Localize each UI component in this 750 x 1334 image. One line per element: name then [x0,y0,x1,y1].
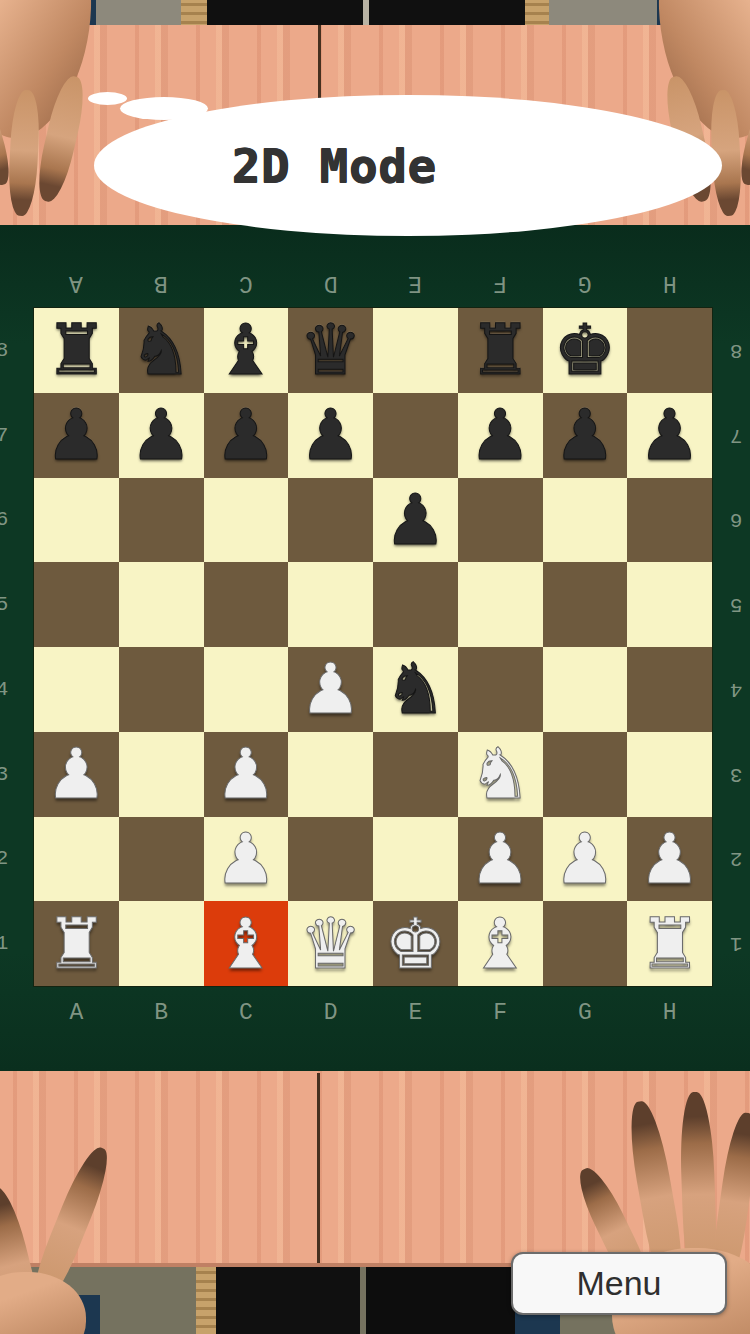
square-c1[interactable]: ♝ [204,901,289,986]
coord-label-b: B [119,998,204,1028]
coord-label-a: A [34,998,119,1028]
white-bishop-f1: ♝ [469,902,532,986]
coord-label-6: 6 [0,478,14,563]
square-f2[interactable]: ♟ [458,817,543,902]
square-f5[interactable] [458,562,543,647]
square-c8[interactable]: ♝ [204,308,289,393]
square-b4[interactable] [119,647,204,732]
square-f3[interactable]: ♞ [458,732,543,817]
square-a8[interactable]: ♜ [34,308,119,393]
coord-label-4: 4 [724,647,748,732]
square-c4[interactable] [204,647,289,732]
coord-label-a: A [34,268,119,298]
square-b6[interactable] [119,478,204,563]
table-seam-bottom [317,1073,320,1263]
coord-label-f: F [458,998,543,1028]
black-rook-a8: ♜ [45,308,108,392]
square-e6[interactable]: ♟ [373,478,458,563]
menu-button-label: Menu [576,1264,661,1303]
square-h8[interactable] [627,308,712,393]
square-e8[interactable] [373,308,458,393]
black-pawn-g7: ♟ [553,393,616,477]
coord-label-2: 2 [724,817,748,902]
square-b1[interactable] [119,901,204,986]
white-pawn-h2: ♟ [638,817,701,901]
square-b7[interactable]: ♟ [119,393,204,478]
coord-label-h: H [627,268,712,298]
chess-app-screen: ABCDEFGH ABCDEFGH 87654321 87654321 ♜♞♝♛… [0,0,750,1334]
square-h2[interactable]: ♟ [627,817,712,902]
coord-label-d: D [288,998,373,1028]
square-h4[interactable] [627,647,712,732]
square-e7[interactable] [373,393,458,478]
coord-label-2: 2 [0,817,14,902]
coord-label-g: G [543,998,628,1028]
square-g7[interactable]: ♟ [543,393,628,478]
square-e4[interactable]: ♞ [373,647,458,732]
square-g4[interactable] [543,647,628,732]
black-king-g8: ♚ [553,308,616,392]
black-pawn-f7: ♟ [469,393,532,477]
thought-bubble-tail-small [88,92,127,105]
coord-label-f: F [458,268,543,298]
white-rook-a1: ♜ [45,902,108,986]
black-pawn-a7: ♟ [45,393,108,477]
square-h7[interactable]: ♟ [627,393,712,478]
square-g1[interactable] [543,901,628,986]
square-d6[interactable] [288,478,373,563]
square-b5[interactable] [119,562,204,647]
square-c6[interactable] [204,478,289,563]
square-f8[interactable]: ♜ [458,308,543,393]
square-d1[interactable]: ♛ [288,901,373,986]
white-pawn-g2: ♟ [553,817,616,901]
square-e3[interactable] [373,732,458,817]
coord-label-7: 7 [724,393,748,478]
square-e1[interactable]: ♚ [373,901,458,986]
black-pawn-h7: ♟ [638,393,701,477]
square-a5[interactable] [34,562,119,647]
coord-label-3: 3 [724,732,748,817]
square-a3[interactable]: ♟ [34,732,119,817]
square-h6[interactable] [627,478,712,563]
player-pant-leg-right [366,1263,515,1334]
square-c7[interactable]: ♟ [204,393,289,478]
table-leg-bottom-left [196,1263,216,1334]
square-d2[interactable] [288,817,373,902]
square-b8[interactable]: ♞ [119,308,204,393]
speech-bubble: 2D Mode [94,95,722,236]
player-pant-leg-left [216,1263,360,1334]
coord-label-e: E [373,998,458,1028]
coord-label-1: 1 [724,901,748,986]
menu-button[interactable]: Menu [511,1252,727,1315]
coord-label-7: 7 [0,393,14,478]
black-pawn-b7: ♟ [130,393,193,477]
black-pawn-c7: ♟ [214,393,277,477]
coord-label-b: B [119,268,204,298]
square-d8[interactable]: ♛ [288,308,373,393]
square-g8[interactable]: ♚ [543,308,628,393]
white-pawn-c3: ♟ [214,732,277,816]
chess-board: ♜♞♝♛♜♚♟♟♟♟♟♟♟♟♟♞♟♟♞♟♟♟♟♜♝♛♚♝♜ [34,308,712,986]
black-knight-b8: ♞ [130,308,193,392]
square-h1[interactable]: ♜ [627,901,712,986]
black-bishop-c8: ♝ [214,308,277,392]
square-f6[interactable] [458,478,543,563]
square-d5[interactable] [288,562,373,647]
square-a2[interactable] [34,817,119,902]
white-pawn-d4: ♟ [299,647,362,731]
square-a6[interactable] [34,478,119,563]
square-e2[interactable] [373,817,458,902]
file-labels-top: ABCDEFGH [34,268,712,298]
square-f7[interactable]: ♟ [458,393,543,478]
square-b3[interactable] [119,732,204,817]
square-a1[interactable]: ♜ [34,901,119,986]
white-pawn-a3: ♟ [45,732,108,816]
square-d4[interactable]: ♟ [288,647,373,732]
black-knight-e4: ♞ [384,647,447,731]
mode-label: 2D Mode [124,131,544,201]
square-g3[interactable] [543,732,628,817]
coord-label-d: D [288,268,373,298]
coord-label-5: 5 [0,562,14,647]
coord-label-8: 8 [0,308,14,393]
white-king-e1: ♚ [384,902,447,986]
black-pawn-d7: ♟ [299,393,362,477]
coord-label-3: 3 [0,732,14,817]
coord-label-6: 6 [724,478,748,563]
white-knight-f3: ♞ [469,732,532,816]
coord-label-1: 1 [0,901,14,986]
square-d3[interactable] [288,732,373,817]
square-g2[interactable]: ♟ [543,817,628,902]
black-queen-d8: ♛ [299,308,362,392]
coord-label-4: 4 [0,647,14,732]
rank-labels-right: 87654321 [724,308,748,986]
square-f4[interactable] [458,647,543,732]
coord-label-h: H [627,998,712,1028]
white-bishop-c1: ♝ [214,902,277,986]
square-g5[interactable] [543,562,628,647]
square-c3[interactable]: ♟ [204,732,289,817]
square-a7[interactable]: ♟ [34,393,119,478]
coord-label-g: G [543,268,628,298]
white-rook-h1: ♜ [638,902,701,986]
square-c2[interactable]: ♟ [204,817,289,902]
coord-label-c: C [204,998,289,1028]
coord-label-5: 5 [724,562,748,647]
board-frame: ABCDEFGH ABCDEFGH 87654321 87654321 ♜♞♝♛… [0,225,750,1071]
square-b2[interactable] [119,817,204,902]
coord-label-e: E [373,268,458,298]
square-d7[interactable]: ♟ [288,393,373,478]
black-rook-f8: ♜ [469,308,532,392]
white-pawn-f2: ♟ [469,817,532,901]
white-queen-d1: ♛ [299,902,362,986]
rank-labels-left: 87654321 [0,308,14,986]
coord-label-c: C [204,268,289,298]
coord-label-8: 8 [724,308,748,393]
opponent-left-hand [0,0,108,225]
square-c5[interactable] [204,562,289,647]
square-f1[interactable]: ♝ [458,901,543,986]
square-g6[interactable] [543,478,628,563]
black-pawn-e6: ♟ [384,478,447,562]
square-h5[interactable] [627,562,712,647]
file-labels-bottom: ABCDEFGH [34,998,712,1028]
square-h3[interactable] [627,732,712,817]
square-e5[interactable] [373,562,458,647]
white-pawn-c2: ♟ [214,817,277,901]
square-a4[interactable] [34,647,119,732]
